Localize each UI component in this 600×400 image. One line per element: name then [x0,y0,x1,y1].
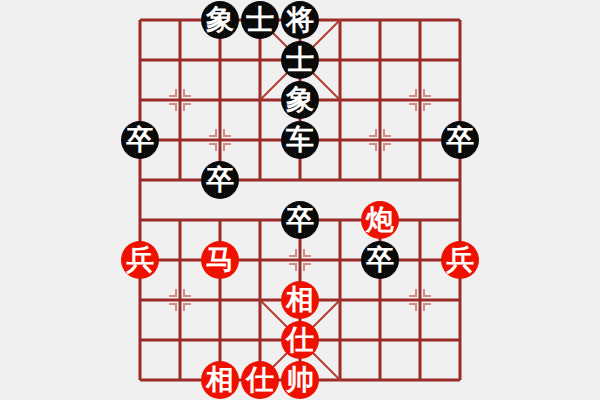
piece-black-advisor[interactable]: 士 [281,41,319,79]
piece-black-general[interactable]: 将 [281,1,319,39]
piece-red-elephant[interactable]: 相 [201,361,239,399]
piece-red-horse[interactable]: 马 [201,241,239,279]
piece-black-pawn[interactable]: 卒 [121,121,159,159]
piece-black-pawn[interactable]: 卒 [361,241,399,279]
piece-red-pawn[interactable]: 兵 [441,241,479,279]
piece-black-elephant[interactable]: 象 [281,81,319,119]
piece-black-elephant[interactable]: 象 [201,1,239,39]
piece-red-general[interactable]: 帅 [281,361,319,399]
piece-red-elephant[interactable]: 相 [281,281,319,319]
xiangqi-board: 象士将士象卒车卒卒卒炮兵马卒兵相仕相仕帅 [0,0,600,400]
piece-red-pawn[interactable]: 兵 [121,241,159,279]
piece-black-advisor[interactable]: 士 [241,1,279,39]
piece-black-pawn[interactable]: 卒 [281,201,319,239]
pieces-layer: 象士将士象卒车卒卒卒炮兵马卒兵相仕相仕帅 [0,0,600,400]
piece-black-chariot[interactable]: 车 [281,121,319,159]
piece-red-cannon[interactable]: 炮 [361,201,399,239]
piece-red-advisor[interactable]: 仕 [281,321,319,359]
piece-black-pawn[interactable]: 卒 [441,121,479,159]
piece-black-pawn[interactable]: 卒 [201,161,239,199]
piece-red-advisor[interactable]: 仕 [241,361,279,399]
